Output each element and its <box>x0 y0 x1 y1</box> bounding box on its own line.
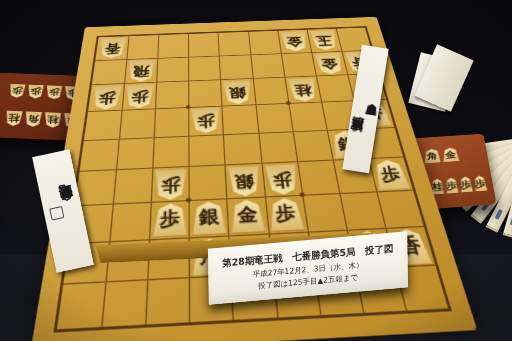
board-square[interactable] <box>222 104 258 134</box>
shogi-piece-gote[interactable]: 銀 <box>228 166 263 197</box>
captured-piece[interactable]: 角 <box>423 148 441 163</box>
board-square[interactable]: 歩 <box>151 166 189 201</box>
board-square[interactable] <box>116 137 154 170</box>
shogi-piece-gote[interactable]: 歩 <box>154 169 188 200</box>
board-square[interactable] <box>255 103 292 133</box>
captured-piece[interactable]: 歩 <box>45 85 62 99</box>
shogi-piece-gote[interactable]: 金 <box>313 53 345 75</box>
captured-piece[interactable]: 歩 <box>8 84 26 98</box>
board-square[interactable] <box>218 32 250 56</box>
shogi-piece-sente[interactable]: 銀 <box>192 201 227 235</box>
board-square[interactable] <box>155 81 188 109</box>
shogi-piece-sente[interactable]: 金 <box>229 199 266 233</box>
board-square[interactable] <box>153 135 189 167</box>
board-square[interactable] <box>189 134 225 166</box>
board-square[interactable]: 銀 <box>225 163 264 198</box>
shogi-piece-gote[interactable]: 香 <box>97 38 127 59</box>
shogi-piece-gote[interactable]: 玉 <box>309 30 340 51</box>
captured-piece[interactable]: 角 <box>24 111 43 127</box>
hoshi-dot <box>285 101 290 105</box>
shogi-piece-gote[interactable]: 飛 <box>127 60 157 83</box>
board-square[interactable] <box>188 33 219 57</box>
shogi-piece-gote[interactable]: 桂 <box>287 78 320 102</box>
nameplate-right-text: 渡辺明棋王 <box>354 105 367 112</box>
board-square[interactable]: 銀 <box>189 198 229 237</box>
board-square[interactable] <box>189 165 227 200</box>
captured-piece[interactable]: 歩 <box>459 176 473 192</box>
board-square[interactable] <box>119 108 155 138</box>
board-square[interactable] <box>250 53 284 78</box>
board-square[interactable] <box>188 80 221 107</box>
board-square[interactable]: 飛 <box>124 58 157 84</box>
shogi-piece-gote[interactable]: 歩 <box>264 164 300 195</box>
captured-piece[interactable]: 歩 <box>473 175 488 191</box>
shogi-piece-gote[interactable]: 歩 <box>90 85 122 110</box>
board-square[interactable] <box>219 54 252 79</box>
captured-piece[interactable]: 桂 <box>4 110 23 126</box>
board-square[interactable] <box>75 170 116 206</box>
board-square[interactable]: 金 <box>227 196 268 234</box>
board-square[interactable] <box>252 77 288 104</box>
board-square[interactable]: 歩 <box>189 106 224 136</box>
board-square[interactable]: 香 <box>95 36 128 60</box>
board-square[interactable]: 歩 <box>264 195 307 233</box>
captured-piece[interactable]: 桂 <box>44 112 62 128</box>
board-square[interactable] <box>156 57 188 83</box>
board-square[interactable] <box>80 138 120 171</box>
board-square[interactable] <box>154 107 189 137</box>
captured-piece[interactable]: 歩 <box>445 177 459 193</box>
board-square[interactable] <box>109 202 151 241</box>
shogi-piece-sente[interactable]: 歩 <box>152 203 187 237</box>
board-square[interactable]: 歩 <box>88 83 124 111</box>
shogi-piece-sente[interactable]: 歩 <box>267 197 305 231</box>
shogi-piece-gote[interactable]: 歩 <box>191 108 222 134</box>
board-square[interactable]: 銀 <box>220 78 254 105</box>
sente-piece-mark-icon <box>365 103 378 116</box>
board-square[interactable] <box>258 131 297 163</box>
board-square[interactable]: 桂 <box>284 76 321 103</box>
shogi-piece-sente[interactable]: 歩 <box>371 159 411 189</box>
board-square[interactable] <box>92 59 127 85</box>
shogi-piece-gote[interactable]: 銀 <box>223 80 254 104</box>
board-square[interactable]: 歩 <box>368 157 413 191</box>
board-square[interactable] <box>113 168 153 204</box>
board-square[interactable] <box>188 55 220 80</box>
board-square[interactable] <box>376 190 424 228</box>
board-square[interactable] <box>280 52 315 77</box>
nameplate-left-text: 糸谷哲郎竜王 <box>62 205 76 214</box>
captured-piece[interactable]: 歩 <box>27 84 45 98</box>
hoshi-dot <box>299 192 305 197</box>
shogi-piece-gote[interactable]: 金 <box>279 31 309 52</box>
board-square[interactable] <box>145 277 189 324</box>
board-square[interactable] <box>126 35 158 59</box>
board-square[interactable] <box>223 132 261 164</box>
board-square[interactable] <box>84 110 122 140</box>
shogi-piece-gote[interactable]: 歩 <box>124 84 155 108</box>
board-square[interactable]: 歩 <box>149 200 189 239</box>
board-square[interactable] <box>158 34 189 58</box>
captured-piece[interactable]: 金 <box>442 147 460 162</box>
exhibit-scene: 歩歩歩歩桂角桂歩 角金歩歩桂歩歩歩 香金玉飛金香歩歩銀桂歩香銀歩銀歩歩歩銀金歩飛… <box>0 0 512 341</box>
board-square[interactable]: 金 <box>277 30 311 53</box>
board-square[interactable] <box>248 31 281 54</box>
board-square[interactable]: 歩 <box>261 162 302 197</box>
board-square[interactable] <box>57 282 106 330</box>
board-square[interactable] <box>101 280 147 327</box>
board-square[interactable] <box>288 102 326 131</box>
board-square[interactable]: 歩 <box>122 82 157 110</box>
